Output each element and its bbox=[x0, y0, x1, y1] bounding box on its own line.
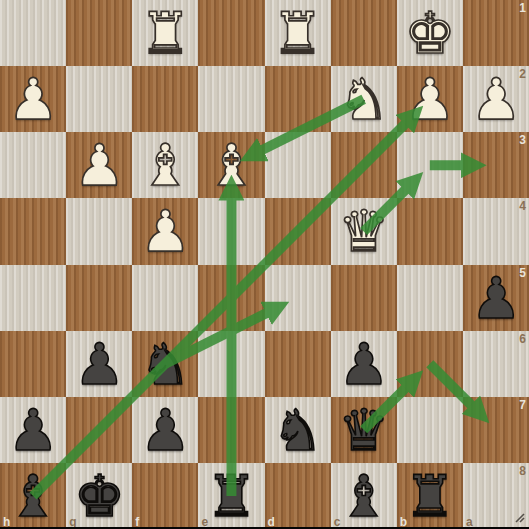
square-a6[interactable]: 6 bbox=[463, 331, 529, 397]
square-g2[interactable] bbox=[66, 66, 132, 132]
piece-white-bishop-f3[interactable]: ♝ bbox=[132, 132, 198, 198]
piece-white-pawn-h2[interactable]: ♟ bbox=[0, 66, 66, 132]
square-e3[interactable]: ♝ bbox=[198, 132, 264, 198]
square-d5[interactable] bbox=[265, 265, 331, 331]
square-b7[interactable] bbox=[397, 397, 463, 463]
square-e6[interactable] bbox=[198, 331, 264, 397]
chess-board-area: ♜♜♚1♟♞♟2♟♟♝♝3♟♛45♟♟♞♟6♟♟♞♛7h♝g♚fe♜dc♝b♜8… bbox=[0, 0, 529, 529]
square-d4[interactable] bbox=[265, 198, 331, 264]
square-a7[interactable]: 7 bbox=[463, 397, 529, 463]
chess-board[interactable]: ♜♜♚1♟♞♟2♟♟♝♝3♟♛45♟♟♞♟6♟♟♞♛7h♝g♚fe♜dc♝b♜8… bbox=[0, 0, 529, 529]
square-a2[interactable]: 2♟ bbox=[463, 66, 529, 132]
piece-white-rook-d1[interactable]: ♜ bbox=[265, 0, 331, 66]
square-d7[interactable]: ♞ bbox=[265, 397, 331, 463]
square-f2[interactable] bbox=[132, 66, 198, 132]
square-g1[interactable] bbox=[66, 0, 132, 66]
square-a3[interactable]: 3 bbox=[463, 132, 529, 198]
piece-white-pawn-g3[interactable]: ♟ bbox=[66, 132, 132, 198]
square-c5[interactable] bbox=[331, 265, 397, 331]
square-c4[interactable]: ♛ bbox=[331, 198, 397, 264]
square-a4[interactable]: 4 bbox=[463, 198, 529, 264]
board-resize-handle[interactable] bbox=[510, 508, 528, 526]
piece-black-pawn-g6[interactable]: ♟ bbox=[66, 331, 132, 397]
square-h7[interactable]: ♟ bbox=[0, 397, 66, 463]
square-e7[interactable] bbox=[198, 397, 264, 463]
piece-black-rook-e8[interactable]: ♜ bbox=[198, 463, 264, 529]
square-h4[interactable] bbox=[0, 198, 66, 264]
square-g7[interactable] bbox=[66, 397, 132, 463]
rank-label-1: 1 bbox=[519, 1, 526, 15]
square-h5[interactable] bbox=[0, 265, 66, 331]
square-g5[interactable] bbox=[66, 265, 132, 331]
rank-label-6: 6 bbox=[519, 332, 526, 346]
square-f8[interactable]: f bbox=[132, 463, 198, 529]
square-b4[interactable] bbox=[397, 198, 463, 264]
piece-black-knight-f6[interactable]: ♞ bbox=[132, 331, 198, 397]
square-c2[interactable]: ♞ bbox=[331, 66, 397, 132]
square-b6[interactable] bbox=[397, 331, 463, 397]
piece-black-pawn-a5[interactable]: ♟ bbox=[463, 265, 529, 331]
square-h6[interactable] bbox=[0, 331, 66, 397]
square-e2[interactable] bbox=[198, 66, 264, 132]
rank-label-3: 3 bbox=[519, 133, 526, 147]
square-b2[interactable]: ♟ bbox=[397, 66, 463, 132]
piece-black-king-g8[interactable]: ♚ bbox=[66, 463, 132, 529]
piece-black-bishop-c8[interactable]: ♝ bbox=[331, 463, 397, 529]
piece-white-king-b1[interactable]: ♚ bbox=[397, 0, 463, 66]
square-e1[interactable] bbox=[198, 0, 264, 66]
square-a1[interactable]: 1 bbox=[463, 0, 529, 66]
square-c6[interactable]: ♟ bbox=[331, 331, 397, 397]
piece-white-queen-c4[interactable]: ♛ bbox=[331, 198, 397, 264]
piece-white-bishop-e3[interactable]: ♝ bbox=[198, 132, 264, 198]
square-g3[interactable]: ♟ bbox=[66, 132, 132, 198]
square-d6[interactable] bbox=[265, 331, 331, 397]
square-g4[interactable] bbox=[66, 198, 132, 264]
square-f4[interactable]: ♟ bbox=[132, 198, 198, 264]
square-g6[interactable]: ♟ bbox=[66, 331, 132, 397]
square-h8[interactable]: h♝ bbox=[0, 463, 66, 529]
square-c8[interactable]: c♝ bbox=[331, 463, 397, 529]
square-d1[interactable]: ♜ bbox=[265, 0, 331, 66]
square-c1[interactable] bbox=[331, 0, 397, 66]
square-c3[interactable] bbox=[331, 132, 397, 198]
rank-label-4: 4 bbox=[519, 199, 526, 213]
piece-black-queen-c7[interactable]: ♛ bbox=[331, 397, 397, 463]
square-b3[interactable] bbox=[397, 132, 463, 198]
piece-white-pawn-a2[interactable]: ♟ bbox=[463, 66, 529, 132]
square-b8[interactable]: b♜ bbox=[397, 463, 463, 529]
square-h1[interactable] bbox=[0, 0, 66, 66]
square-f1[interactable]: ♜ bbox=[132, 0, 198, 66]
piece-black-knight-d7[interactable]: ♞ bbox=[265, 397, 331, 463]
piece-black-pawn-f7[interactable]: ♟ bbox=[132, 397, 198, 463]
square-e4[interactable] bbox=[198, 198, 264, 264]
square-b5[interactable] bbox=[397, 265, 463, 331]
square-f3[interactable]: ♝ bbox=[132, 132, 198, 198]
square-c7[interactable]: ♛ bbox=[331, 397, 397, 463]
square-d3[interactable] bbox=[265, 132, 331, 198]
piece-white-pawn-b2[interactable]: ♟ bbox=[397, 66, 463, 132]
square-e8[interactable]: e♜ bbox=[198, 463, 264, 529]
piece-white-rook-f1[interactable]: ♜ bbox=[132, 0, 198, 66]
piece-white-pawn-f4[interactable]: ♟ bbox=[132, 198, 198, 264]
square-d8[interactable]: d bbox=[265, 463, 331, 529]
square-e5[interactable] bbox=[198, 265, 264, 331]
square-f5[interactable] bbox=[132, 265, 198, 331]
square-b1[interactable]: ♚ bbox=[397, 0, 463, 66]
diagonal-hatch-resize-icon bbox=[516, 514, 524, 522]
square-h2[interactable]: ♟ bbox=[0, 66, 66, 132]
piece-black-bishop-h8[interactable]: ♝ bbox=[0, 463, 66, 529]
rank-label-8: 8 bbox=[519, 464, 526, 478]
piece-white-knight-c2[interactable]: ♞ bbox=[331, 66, 397, 132]
square-a5[interactable]: 5♟ bbox=[463, 265, 529, 331]
piece-black-pawn-h7[interactable]: ♟ bbox=[0, 397, 66, 463]
square-g8[interactable]: g♚ bbox=[66, 463, 132, 529]
piece-black-rook-b8[interactable]: ♜ bbox=[397, 463, 463, 529]
square-h3[interactable] bbox=[0, 132, 66, 198]
square-f6[interactable]: ♞ bbox=[132, 331, 198, 397]
square-f7[interactable]: ♟ bbox=[132, 397, 198, 463]
square-d2[interactable] bbox=[265, 66, 331, 132]
rank-label-7: 7 bbox=[519, 398, 526, 412]
piece-black-pawn-c6[interactable]: ♟ bbox=[331, 331, 397, 397]
